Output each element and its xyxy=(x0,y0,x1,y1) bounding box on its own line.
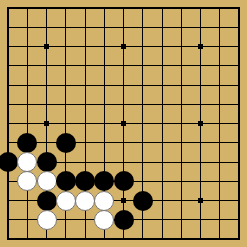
white-stone xyxy=(17,171,37,191)
white-stone xyxy=(17,152,37,172)
black-stone xyxy=(37,191,57,211)
star-point xyxy=(44,44,49,49)
star-point xyxy=(198,44,203,49)
board-gridline-horizontal xyxy=(7,238,240,240)
star-point xyxy=(121,121,126,126)
star-point xyxy=(121,198,126,203)
black-stone xyxy=(17,133,37,153)
star-point xyxy=(44,121,49,126)
black-stone xyxy=(56,133,76,153)
black-stone xyxy=(114,210,134,230)
black-stone xyxy=(133,191,153,211)
board-gridline-vertical xyxy=(238,7,240,240)
black-stone xyxy=(0,152,18,172)
black-stone xyxy=(75,171,95,191)
star-point xyxy=(121,44,126,49)
white-stone xyxy=(94,191,114,211)
black-stone xyxy=(56,171,76,191)
white-stone xyxy=(37,210,57,230)
black-stone xyxy=(114,171,134,191)
board-gridline-vertical xyxy=(162,7,163,240)
white-stone xyxy=(75,191,95,211)
white-stone xyxy=(94,210,114,230)
star-point xyxy=(198,198,203,203)
star-point xyxy=(198,121,203,126)
go-board-diagram xyxy=(0,0,247,247)
white-stone xyxy=(37,171,57,191)
black-stone xyxy=(94,171,114,191)
black-stone xyxy=(37,152,57,172)
white-stone xyxy=(56,191,76,211)
board-gridline-vertical xyxy=(181,7,182,240)
board-gridline-vertical xyxy=(219,7,220,240)
board-gridline-horizontal xyxy=(7,142,240,143)
